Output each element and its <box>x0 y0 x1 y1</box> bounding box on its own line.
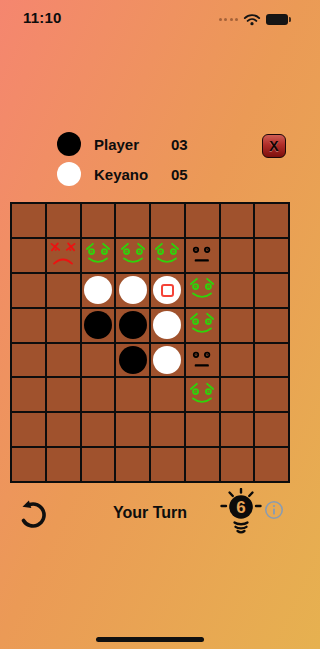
board-cell[interactable] <box>221 448 254 481</box>
white-disc <box>153 311 181 339</box>
board-cell[interactable] <box>151 448 184 481</box>
board-cell[interactable] <box>255 239 288 272</box>
player-name: Player <box>94 136 171 153</box>
board-cell[interactable] <box>12 239 45 272</box>
opponent-name: Keyano <box>94 166 171 183</box>
last-move-marker <box>161 284 174 297</box>
board-cell[interactable] <box>221 309 254 342</box>
board-cell[interactable] <box>151 378 184 411</box>
board-cell[interactable] <box>255 274 288 307</box>
board-cell[interactable] <box>116 309 149 342</box>
board-cell[interactable] <box>151 274 184 307</box>
hint-count: 6 <box>220 498 262 518</box>
info-button[interactable] <box>264 500 284 520</box>
white-disc <box>153 346 181 374</box>
board-cell[interactable] <box>255 309 288 342</box>
battery-icon <box>266 14 291 25</box>
board-cell[interactable] <box>47 378 80 411</box>
good-move-hint-icon <box>83 240 113 270</box>
score-row-player: Player 03 <box>57 132 188 156</box>
board <box>10 202 290 483</box>
cellular-signal-icon <box>219 18 239 21</box>
good-move-hint-icon <box>187 380 217 410</box>
white-disc <box>84 276 112 304</box>
bad-move-hint-icon <box>48 240 78 270</box>
board-cell[interactable] <box>12 204 45 237</box>
good-move-hint-icon <box>187 310 217 340</box>
board-cell[interactable] <box>186 239 219 272</box>
black-disc <box>84 311 112 339</box>
board-cell[interactable] <box>12 448 45 481</box>
board-cell[interactable] <box>151 309 184 342</box>
good-move-hint-icon <box>187 275 217 305</box>
board-cell[interactable] <box>151 204 184 237</box>
home-indicator[interactable] <box>96 637 204 642</box>
board-cell[interactable] <box>221 239 254 272</box>
board-cell[interactable] <box>47 239 80 272</box>
board-cell[interactable] <box>186 274 219 307</box>
white-disc-icon <box>57 162 81 186</box>
white-disc <box>119 276 147 304</box>
board-cell[interactable] <box>47 413 80 446</box>
neutral-move-hint-icon <box>187 240 217 270</box>
board-cell[interactable] <box>186 378 219 411</box>
board-cell[interactable] <box>82 309 115 342</box>
board-cell[interactable] <box>12 344 45 377</box>
player-score: 03 <box>171 136 188 153</box>
info-icon <box>264 500 284 520</box>
board-cell[interactable] <box>186 309 219 342</box>
close-x-label: X <box>269 139 278 153</box>
black-disc <box>119 311 147 339</box>
board-cell[interactable] <box>82 344 115 377</box>
neutral-move-hint-icon <box>187 345 217 375</box>
board-cell[interactable] <box>116 448 149 481</box>
board-cell[interactable] <box>255 204 288 237</box>
black-disc-icon <box>57 132 81 156</box>
board-cell[interactable] <box>47 448 80 481</box>
board-cell[interactable] <box>82 204 115 237</box>
opponent-score: 05 <box>171 166 188 183</box>
board-cell[interactable] <box>255 413 288 446</box>
board-cell[interactable] <box>116 239 149 272</box>
board-cell[interactable] <box>151 413 184 446</box>
board-cell[interactable] <box>186 448 219 481</box>
board-cell[interactable] <box>255 344 288 377</box>
board-cell[interactable] <box>82 378 115 411</box>
close-button[interactable]: X <box>262 134 286 158</box>
board-cell[interactable] <box>47 309 80 342</box>
good-move-hint-icon <box>118 240 148 270</box>
board-cell[interactable] <box>82 274 115 307</box>
status-time: 11:10 <box>23 9 62 26</box>
score-row-keyano: Keyano 05 <box>57 162 188 186</box>
board-cell[interactable] <box>47 274 80 307</box>
board-cell[interactable] <box>12 274 45 307</box>
board-cell[interactable] <box>186 344 219 377</box>
board-cell[interactable] <box>221 274 254 307</box>
board-cell[interactable] <box>151 239 184 272</box>
board-cell[interactable] <box>12 378 45 411</box>
hint-bulb-button[interactable]: 6 <box>220 488 262 538</box>
board-cell[interactable] <box>12 413 45 446</box>
board-cell[interactable] <box>116 413 149 446</box>
board-cell[interactable] <box>221 413 254 446</box>
board-cell[interactable] <box>186 204 219 237</box>
board-cell[interactable] <box>186 413 219 446</box>
board-cell[interactable] <box>221 204 254 237</box>
board-cell[interactable] <box>221 344 254 377</box>
good-move-hint-icon <box>152 240 182 270</box>
board-cell[interactable] <box>116 344 149 377</box>
board-cell[interactable] <box>116 274 149 307</box>
board-cell[interactable] <box>151 344 184 377</box>
status-icons <box>219 13 292 26</box>
board-cell[interactable] <box>221 378 254 411</box>
board-cell[interactable] <box>47 344 80 377</box>
board-cell[interactable] <box>82 239 115 272</box>
board-cell[interactable] <box>82 448 115 481</box>
wifi-icon <box>243 13 261 26</box>
board-cell[interactable] <box>255 378 288 411</box>
board-cell[interactable] <box>255 448 288 481</box>
board-cell[interactable] <box>116 204 149 237</box>
board-cell[interactable] <box>47 204 80 237</box>
board-cell[interactable] <box>12 309 45 342</box>
board-cell[interactable] <box>116 378 149 411</box>
black-disc <box>119 346 147 374</box>
board-cell[interactable] <box>82 413 115 446</box>
